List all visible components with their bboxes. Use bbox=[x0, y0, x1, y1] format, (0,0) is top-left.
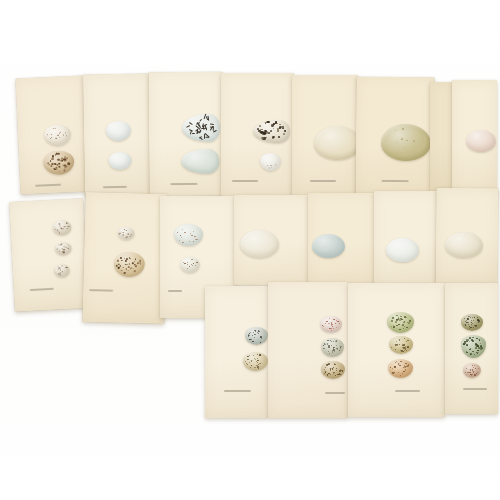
caption-line bbox=[224, 390, 251, 392]
egg-illustration bbox=[321, 361, 345, 379]
egg-illustration bbox=[253, 120, 290, 143]
egg-illustration bbox=[180, 257, 200, 273]
caption-line bbox=[89, 289, 113, 292]
caption-line bbox=[395, 390, 420, 392]
egg-illustration bbox=[113, 251, 145, 277]
egg-illustration bbox=[43, 124, 71, 146]
caption-line bbox=[103, 186, 127, 188]
egg-illustration bbox=[243, 352, 268, 371]
egg-illustration bbox=[320, 316, 342, 333]
egg-illustration bbox=[240, 230, 279, 258]
egg-illustration bbox=[389, 336, 413, 354]
egg-illustration bbox=[105, 121, 130, 141]
print-sheet-t2 bbox=[83, 73, 152, 196]
caption-line bbox=[232, 180, 258, 182]
egg-illustration bbox=[463, 363, 481, 378]
caption-line bbox=[168, 290, 182, 292]
egg-illustration bbox=[117, 226, 134, 239]
egg-illustration bbox=[387, 312, 414, 333]
print-sheet-m2 bbox=[82, 192, 167, 324]
egg-illustration bbox=[461, 335, 486, 358]
caption-line bbox=[310, 180, 336, 182]
print-sheet-t3 bbox=[148, 72, 223, 197]
print-sheet-m5 bbox=[308, 193, 377, 285]
egg-illustration bbox=[381, 123, 431, 160]
print-sheet-b4 bbox=[445, 283, 498, 414]
egg-illustration bbox=[388, 359, 413, 378]
caption-line bbox=[30, 288, 54, 291]
egg-illustration bbox=[182, 114, 220, 142]
egg-illustration bbox=[461, 314, 483, 331]
print-sheet-m1 bbox=[9, 198, 89, 312]
caption-line bbox=[325, 392, 345, 394]
caption-line bbox=[170, 183, 197, 185]
print-sheet-t7 bbox=[452, 80, 497, 194]
egg-illustration bbox=[53, 263, 70, 277]
egg-illustration bbox=[321, 338, 344, 357]
egg-illustration bbox=[386, 238, 419, 262]
egg-illustration bbox=[466, 130, 496, 152]
caption-line bbox=[382, 180, 409, 182]
egg-illustration bbox=[245, 327, 268, 345]
egg-illustration bbox=[174, 224, 203, 246]
egg-illustration bbox=[54, 241, 72, 255]
egg-illustration bbox=[314, 126, 361, 160]
print-sheet-t1 bbox=[16, 76, 89, 195]
print-sheet-t4 bbox=[221, 73, 294, 196]
egg-illustration bbox=[52, 219, 72, 235]
print-sheet-m7 bbox=[436, 188, 499, 285]
print-sheet-b2 bbox=[268, 282, 348, 418]
photo-of-egg-print-plates bbox=[0, 0, 500, 500]
caption-line bbox=[35, 184, 61, 187]
print-sheet-b1 bbox=[205, 286, 268, 418]
egg-illustration bbox=[42, 150, 74, 175]
egg-illustration bbox=[108, 152, 131, 170]
egg-illustration bbox=[181, 148, 219, 173]
print-sheet-m4 bbox=[234, 195, 311, 285]
egg-illustration bbox=[312, 234, 345, 258]
caption-line bbox=[463, 388, 487, 390]
print-sheet-b3 bbox=[348, 283, 445, 417]
print-sheet-m6 bbox=[374, 191, 439, 285]
print-sheet-t6 bbox=[355, 77, 434, 197]
egg-illustration bbox=[445, 232, 483, 258]
print-sheet-t5 bbox=[292, 75, 358, 196]
egg-illustration bbox=[260, 153, 281, 171]
